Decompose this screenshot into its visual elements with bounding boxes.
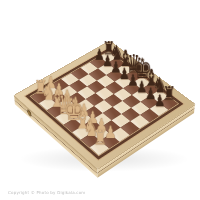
black-knight: ♞ [149, 64, 170, 96]
product-photo-chess-set: ♜♟♟♜♞♟♟♞♝♟♟♝♛♟♟♛♚♟♟♚♝♟♟♝♞♟♟♞♜♟♟♜ Copyrig… [0, 0, 200, 200]
square-b1: ♞ [39, 97, 57, 110]
chess-box: ♜♟♟♜♞♟♟♞♝♟♟♝♛♟♟♛♚♟♟♚♝♟♟♝♞♟♟♞♜♟♟♜ [14, 41, 195, 169]
board-border-stripe: ♜♟♟♜♞♟♟♞♝♟♟♝♛♟♟♛♚♟♟♚♝♟♟♝♞♟♟♞♜♟♟♜ [24, 47, 185, 161]
black-rook: ♜ [158, 71, 179, 103]
black-rook: ♜ [98, 27, 118, 57]
square-b2: ♟ [49, 91, 67, 104]
board-frame: ♜♟♟♜♞♟♟♞♝♟♟♝♛♟♟♛♚♟♟♚♝♟♟♝♞♟♟♞♜♟♟♜ [14, 41, 195, 169]
scene: ♜♟♟♜♞♟♟♞♝♟♟♝♛♟♟♛♚♟♟♚♝♟♟♝♞♟♟♞♜♟♟♜ [0, 0, 200, 200]
copyright-watermark: Copyright © Photo by Digikala.com [8, 190, 85, 195]
chess-board-grid: ♜♟♟♜♞♟♟♞♝♟♟♝♛♟♟♛♚♟♟♚♝♟♟♝♞♟♟♞♜♟♟♜ [31, 52, 178, 156]
